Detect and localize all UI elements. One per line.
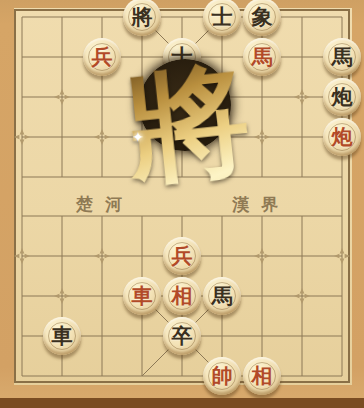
piece-glyph: 兵 (163, 237, 201, 275)
piece-red-horse[interactable]: 馬 (243, 38, 281, 76)
piece-black-cannon[interactable]: 炮 (323, 78, 361, 116)
piece-glyph: 士 (203, 0, 241, 36)
piece-red-pawn[interactable]: 兵 (163, 237, 201, 275)
piece-glyph: 相 (243, 357, 281, 395)
piece-glyph: 馬 (203, 277, 241, 315)
piece-black-chariot[interactable]: 車 (43, 317, 81, 355)
piece-black-horse[interactable]: 馬 (203, 277, 241, 315)
piece-glyph: 將 (123, 0, 161, 36)
piece-glyph: 馬 (243, 38, 281, 76)
piece-glyph: 卒 (163, 317, 201, 355)
piece-black-general[interactable]: 將 (123, 0, 161, 36)
piece-glyph: 象 (243, 0, 281, 36)
piece-glyph: 車 (123, 277, 161, 315)
piece-glyph: 車 (43, 317, 81, 355)
piece-glyph: 炮 (323, 78, 361, 116)
piece-black-horse[interactable]: 馬 (323, 38, 361, 76)
piece-red-cannon[interactable]: 炮 (323, 118, 361, 156)
piece-black-advisor[interactable]: 士 (163, 38, 201, 76)
piece-glyph: 炮 (323, 118, 361, 156)
piece-glyph: 士 (163, 38, 201, 76)
piece-black-elephant[interactable]: 象 (243, 0, 281, 36)
piece-red-elephant[interactable]: 相 (243, 357, 281, 395)
piece-red-general[interactable]: 帥 (203, 357, 241, 395)
xiangqi-board: 楚河 漢界 將士象兵士馬馬炮炮兵車相馬車卒帥相 將 ✦ (0, 0, 364, 408)
piece-glyph: 帥 (203, 357, 241, 395)
piece-black-advisor[interactable]: 士 (203, 0, 241, 36)
piece-glyph: 相 (163, 277, 201, 315)
piece-black-pawn[interactable]: 卒 (163, 317, 201, 355)
piece-red-elephant[interactable]: 相 (163, 277, 201, 315)
piece-glyph: 馬 (323, 38, 361, 76)
piece-red-chariot[interactable]: 車 (123, 277, 161, 315)
board-frame-bottom-edge (0, 398, 364, 408)
piece-red-pawn[interactable]: 兵 (83, 38, 121, 76)
piece-glyph: 兵 (83, 38, 121, 76)
